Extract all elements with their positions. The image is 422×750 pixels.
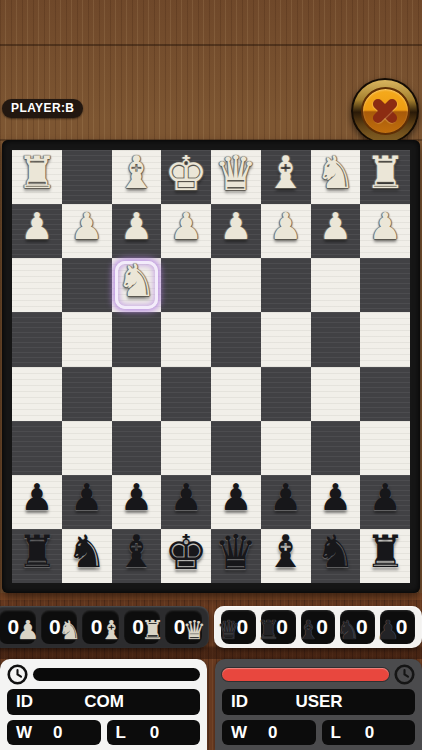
square-g8[interactable]: ♞ <box>62 529 112 583</box>
square-b1[interactable]: ♞ <box>311 150 361 204</box>
clock-icon <box>394 664 415 685</box>
id-label: ID <box>16 692 33 712</box>
square-f2[interactable]: ♟ <box>112 204 162 258</box>
black-knight-icon: ♞ <box>336 615 359 645</box>
square-g2[interactable]: ♟ <box>62 204 112 258</box>
captured-black-bishop-counter: 0♝ <box>301 610 336 644</box>
black-pawn: ♟ <box>269 473 302 523</box>
wins-label: W <box>16 723 32 743</box>
black-pawn: ♟ <box>70 473 103 523</box>
captured-black-knight-counter: 0♞ <box>340 610 375 644</box>
com-losses-value: 0 <box>126 723 183 743</box>
square-h2[interactable]: ♟ <box>12 204 62 258</box>
square-g5[interactable] <box>62 367 112 421</box>
square-d1[interactable]: ♛ <box>211 150 261 204</box>
square-b5[interactable] <box>311 367 361 421</box>
player-side-badge: PLAYER:B <box>2 99 83 118</box>
captured-white-pawn-counter: 0♟ <box>0 610 36 644</box>
square-c7[interactable]: ♟ <box>261 475 311 529</box>
captured-white-rook-counter: 0♜ <box>124 610 161 644</box>
white-bishop-icon: ♝ <box>99 615 122 645</box>
white-queen: ♛ <box>214 148 257 198</box>
black-rook: ♜ <box>17 527 57 577</box>
square-a7[interactable]: ♟ <box>360 475 410 529</box>
square-g1[interactable] <box>62 150 112 204</box>
white-pawn: ♟ <box>70 202 103 252</box>
black-pawn: ♟ <box>170 473 203 523</box>
user-wins-box: W 0 <box>222 720 316 745</box>
user-losses-value: 0 <box>341 723 398 743</box>
white-pawn: ♟ <box>219 202 252 252</box>
com-wins-box: W 0 <box>7 720 101 745</box>
square-f5[interactable] <box>112 367 162 421</box>
square-b7[interactable]: ♟ <box>311 475 361 529</box>
user-losses-box: L 0 <box>322 720 416 745</box>
captured-black-rook-counter: 0♜ <box>261 610 296 644</box>
square-h3[interactable] <box>12 258 62 312</box>
white-pawn: ♟ <box>369 202 402 252</box>
square-h8[interactable]: ♜ <box>12 529 62 583</box>
black-pawn: ♟ <box>120 473 153 523</box>
square-f8[interactable]: ♝ <box>112 529 162 583</box>
black-pawn-icon: ♟ <box>376 615 399 645</box>
losses-label: L <box>331 723 341 743</box>
captured-white-knight-counter: 0♞ <box>41 610 78 644</box>
square-f4[interactable] <box>112 312 162 366</box>
com-timer-row <box>7 664 200 684</box>
square-a1[interactable]: ♜ <box>360 150 410 204</box>
square-a3[interactable] <box>360 258 410 312</box>
square-d2[interactable]: ♟ <box>211 204 261 258</box>
black-pawn: ♟ <box>369 473 402 523</box>
white-bishop: ♝ <box>265 148 305 198</box>
captured-black-pieces-tray: 0♛0♜0♝0♞0♟ <box>214 606 422 648</box>
square-h1[interactable]: ♜ <box>12 150 62 204</box>
square-e6[interactable] <box>161 421 211 475</box>
user-player-panel: ID USER W 0 L 0 <box>215 659 422 750</box>
captured-white-bishop-counter: 0♝ <box>82 610 119 644</box>
black-pawn: ♟ <box>319 473 352 523</box>
white-pawn: ♟ <box>120 202 153 252</box>
square-f7[interactable]: ♟ <box>112 475 162 529</box>
square-c2[interactable]: ♟ <box>261 204 311 258</box>
user-wins-value: 0 <box>247 723 298 743</box>
white-king: ♚ <box>165 148 208 198</box>
square-b2[interactable]: ♟ <box>311 204 361 258</box>
losses-label: L <box>116 723 126 743</box>
user-time-bar <box>222 668 389 681</box>
com-losses-box: L 0 <box>107 720 201 745</box>
clock-icon <box>7 664 28 685</box>
square-c5[interactable] <box>261 367 311 421</box>
captured-black-pawn-counter: 0♟ <box>380 610 415 644</box>
white-pawn: ♟ <box>170 202 203 252</box>
black-pawn: ♟ <box>20 473 53 523</box>
square-g7[interactable]: ♟ <box>62 475 112 529</box>
white-rook: ♜ <box>17 148 57 198</box>
square-e1[interactable]: ♚ <box>161 150 211 204</box>
square-e2[interactable]: ♟ <box>161 204 211 258</box>
white-rook-icon: ♜ <box>141 615 164 645</box>
square-d7[interactable]: ♟ <box>211 475 261 529</box>
white-knight-icon: ♞ <box>58 615 81 645</box>
square-e3[interactable] <box>161 258 211 312</box>
square-e8[interactable]: ♚ <box>161 529 211 583</box>
board-grid: ♜♝♚♛♝♞♜♟♟♟♟♟♟♟♟♞♟♟♟♟♟♟♟♟♜♞♝♚♛♝♞♜ <box>12 150 410 583</box>
square-a2[interactable]: ♟ <box>360 204 410 258</box>
captured-white-queen-counter: 0♛ <box>165 610 202 644</box>
square-f1[interactable]: ♝ <box>112 150 162 204</box>
user-timer-row <box>222 664 415 684</box>
close-icon <box>361 87 410 135</box>
black-knight: ♞ <box>315 527 355 577</box>
square-f6[interactable] <box>112 421 162 475</box>
square-h7[interactable]: ♟ <box>12 475 62 529</box>
square-a5[interactable] <box>360 367 410 421</box>
square-e4[interactable] <box>161 312 211 366</box>
black-rook: ♜ <box>365 527 405 577</box>
square-d4[interactable] <box>211 312 261 366</box>
square-b6[interactable] <box>311 421 361 475</box>
black-queen-icon: ♛ <box>217 615 240 645</box>
white-pawn: ♟ <box>319 202 352 252</box>
chess-board: ♜♝♚♛♝♞♜♟♟♟♟♟♟♟♟♞♟♟♟♟♟♟♟♟♜♞♝♚♛♝♞♜ <box>2 140 420 593</box>
white-rook: ♜ <box>365 148 405 198</box>
white-queen-icon: ♛ <box>183 615 206 645</box>
square-e7[interactable]: ♟ <box>161 475 211 529</box>
square-f3[interactable]: ♞ <box>112 258 162 312</box>
square-c1[interactable]: ♝ <box>261 150 311 204</box>
white-bishop: ♝ <box>116 148 156 198</box>
white-pawn: ♟ <box>20 202 53 252</box>
com-wins-value: 0 <box>32 723 83 743</box>
black-bishop: ♝ <box>265 527 305 577</box>
user-id-bar: ID USER <box>222 689 415 715</box>
square-c3[interactable] <box>261 258 311 312</box>
square-b8[interactable]: ♞ <box>311 529 361 583</box>
black-king: ♚ <box>165 527 208 577</box>
square-g4[interactable] <box>62 312 112 366</box>
white-pawn: ♟ <box>269 202 302 252</box>
square-a8[interactable]: ♜ <box>360 529 410 583</box>
wins-label: W <box>231 723 247 743</box>
square-h6[interactable] <box>12 421 62 475</box>
black-pawn: ♟ <box>219 473 252 523</box>
white-knight: ♞ <box>116 256 156 306</box>
square-b3[interactable] <box>311 258 361 312</box>
white-pawn-icon: ♟ <box>16 615 39 645</box>
square-d8[interactable]: ♛ <box>211 529 261 583</box>
com-id-value: COM <box>33 692 175 712</box>
black-bishop: ♝ <box>116 527 156 577</box>
square-e5[interactable] <box>161 367 211 421</box>
square-g6[interactable] <box>62 421 112 475</box>
captured-white-pieces-tray: 0♟0♞0♝0♜0♛ <box>0 606 209 648</box>
square-d5[interactable] <box>211 367 261 421</box>
close-button[interactable] <box>351 78 419 144</box>
com-time-bar <box>33 668 200 681</box>
square-d6[interactable] <box>211 421 261 475</box>
square-c4[interactable] <box>261 312 311 366</box>
square-h4[interactable] <box>12 312 62 366</box>
black-knight: ♞ <box>66 527 106 577</box>
square-b4[interactable] <box>311 312 361 366</box>
com-player-panel: ID COM W 0 L 0 <box>0 659 207 750</box>
black-rook-icon: ♜ <box>257 615 280 645</box>
square-h5[interactable] <box>12 367 62 421</box>
white-knight: ♞ <box>315 148 355 198</box>
square-g3[interactable] <box>62 258 112 312</box>
com-id-bar: ID COM <box>7 689 200 715</box>
id-label: ID <box>231 692 248 712</box>
square-c8[interactable]: ♝ <box>261 529 311 583</box>
square-d3[interactable] <box>211 258 261 312</box>
captured-black-queen-counter: 0♛ <box>221 610 256 644</box>
user-id-value: USER <box>248 692 390 712</box>
black-bishop-icon: ♝ <box>297 615 320 645</box>
square-a6[interactable] <box>360 421 410 475</box>
square-a4[interactable] <box>360 312 410 366</box>
square-c6[interactable] <box>261 421 311 475</box>
black-queen: ♛ <box>214 527 257 577</box>
